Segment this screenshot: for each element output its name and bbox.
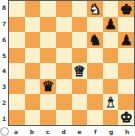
square-h5[interactable] (118, 48, 134, 64)
square-a3[interactable] (9, 79, 25, 95)
square-b3[interactable] (25, 79, 41, 95)
square-d4[interactable] (56, 63, 72, 79)
square-e4[interactable]: ♛ (72, 63, 88, 79)
square-a5[interactable] (9, 48, 25, 64)
square-g7[interactable]: ♟ (103, 17, 119, 33)
square-g2[interactable]: ♝ (103, 94, 119, 110)
file-labels: abcdefgh (8, 126, 135, 136)
rank-label-4: 4 (0, 63, 8, 79)
file-label-g: g (103, 126, 119, 136)
square-e2[interactable] (72, 94, 88, 110)
square-h3[interactable] (118, 79, 134, 95)
square-d1[interactable] (56, 110, 72, 126)
rank-labels: 87654321 (0, 0, 8, 126)
square-c7[interactable] (40, 17, 56, 33)
square-c8[interactable] (40, 1, 56, 17)
square-f4[interactable] (87, 63, 103, 79)
square-f2[interactable] (87, 94, 103, 110)
square-g4[interactable] (103, 63, 119, 79)
rank-label-3: 3 (0, 79, 8, 95)
square-b5[interactable] (25, 48, 41, 64)
square-e5[interactable] (72, 48, 88, 64)
square-g3[interactable] (103, 79, 119, 95)
file-label-a: a (8, 126, 24, 136)
piece-black-pawn[interactable]: ♟ (120, 32, 133, 46)
rank-label-8: 8 (0, 0, 8, 16)
square-g6[interactable] (103, 32, 119, 48)
square-g5[interactable] (103, 48, 119, 64)
square-h7[interactable] (118, 17, 134, 33)
square-h8[interactable]: ♚ (118, 1, 134, 17)
chess-board: ♞♚♟♞♟♛♛♝♚ (8, 0, 135, 126)
square-g8[interactable] (103, 1, 119, 17)
piece-white-king[interactable]: ♚ (120, 110, 133, 124)
square-a7[interactable] (9, 17, 25, 33)
rank-label-2: 2 (0, 95, 8, 111)
square-d8[interactable] (56, 1, 72, 17)
square-f1[interactable] (87, 110, 103, 126)
square-e1[interactable] (72, 110, 88, 126)
square-d7[interactable] (56, 17, 72, 33)
square-b6[interactable] (25, 32, 41, 48)
square-b4[interactable] (25, 63, 41, 79)
rank-label-7: 7 (0, 16, 8, 32)
square-h2[interactable] (118, 94, 134, 110)
square-a6[interactable] (9, 32, 25, 48)
square-d2[interactable] (56, 94, 72, 110)
file-label-b: b (24, 126, 40, 136)
piece-black-knight[interactable]: ♞ (89, 32, 102, 46)
square-f3[interactable] (87, 79, 103, 95)
square-a1[interactable] (9, 110, 25, 126)
file-label-f: f (87, 126, 103, 136)
square-a8[interactable] (9, 1, 25, 17)
square-c6[interactable] (40, 32, 56, 48)
rank-label-6: 6 (0, 32, 8, 48)
file-label-c: c (40, 126, 56, 136)
square-b1[interactable] (25, 110, 41, 126)
square-g1[interactable] (103, 110, 119, 126)
rank-label-5: 5 (0, 47, 8, 63)
square-e3[interactable] (72, 79, 88, 95)
piece-white-bishop[interactable]: ♝ (104, 94, 117, 108)
piece-white-queen[interactable]: ♛ (73, 63, 86, 77)
square-c3[interactable]: ♛ (40, 79, 56, 95)
square-b7[interactable] (25, 17, 41, 33)
square-a4[interactable] (9, 63, 25, 79)
square-e6[interactable] (72, 32, 88, 48)
file-label-d: d (56, 126, 72, 136)
square-c5[interactable] (40, 48, 56, 64)
square-f6[interactable]: ♞ (87, 32, 103, 48)
square-d5[interactable] (56, 48, 72, 64)
file-label-h: h (119, 126, 135, 136)
square-h6[interactable]: ♟ (118, 32, 134, 48)
file-label-e: e (72, 126, 88, 136)
square-e7[interactable] (72, 17, 88, 33)
square-c1[interactable] (40, 110, 56, 126)
square-f7[interactable] (87, 17, 103, 33)
square-f5[interactable] (87, 48, 103, 64)
square-e8[interactable] (72, 1, 88, 17)
piece-black-queen[interactable]: ♛ (42, 79, 55, 93)
square-d6[interactable] (56, 32, 72, 48)
rank-label-1: 1 (0, 110, 8, 126)
square-h1[interactable]: ♚ (118, 110, 134, 126)
square-c4[interactable] (40, 63, 56, 79)
square-b2[interactable] (25, 94, 41, 110)
piece-black-king[interactable]: ♚ (120, 1, 133, 15)
logo-circle-icon (0, 127, 9, 136)
chess-diagram: 87654321 ♞♚♟♞♟♛♛♝♚ abcdefgh (0, 0, 135, 136)
square-h4[interactable] (118, 63, 134, 79)
piece-black-pawn[interactable]: ♟ (104, 17, 117, 31)
square-f8[interactable]: ♞ (87, 1, 103, 17)
square-c2[interactable] (40, 94, 56, 110)
square-d3[interactable] (56, 79, 72, 95)
square-b8[interactable] (25, 1, 41, 17)
piece-white-knight[interactable]: ♞ (89, 1, 102, 15)
square-a2[interactable] (9, 94, 25, 110)
